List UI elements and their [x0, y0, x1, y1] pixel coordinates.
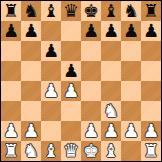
- square-d4[interactable]: ♟: [61, 81, 81, 101]
- piece-black-pawn[interactable]: ♟: [83, 21, 99, 41]
- square-a2[interactable]: ♟: [1, 121, 21, 141]
- square-a5[interactable]: [1, 61, 21, 81]
- square-a4[interactable]: [1, 81, 21, 101]
- square-c5[interactable]: [41, 61, 61, 81]
- square-h5[interactable]: [141, 61, 161, 81]
- square-f4[interactable]: [101, 81, 121, 101]
- square-g8[interactable]: ♞: [121, 1, 141, 21]
- piece-white-pawn[interactable]: ♟: [143, 121, 159, 141]
- square-h2[interactable]: ♟: [141, 121, 161, 141]
- square-e7[interactable]: ♟: [81, 21, 101, 41]
- square-a7[interactable]: ♟: [1, 21, 21, 41]
- square-c8[interactable]: ♝: [41, 1, 61, 21]
- piece-black-king[interactable]: ♚: [83, 1, 99, 21]
- piece-white-pawn[interactable]: ♟: [63, 81, 79, 101]
- piece-white-bishop[interactable]: ♝: [43, 141, 59, 161]
- square-f7[interactable]: ♟: [101, 21, 121, 41]
- piece-white-king[interactable]: ♚: [83, 141, 99, 161]
- square-e2[interactable]: ♟: [81, 121, 101, 141]
- square-d1[interactable]: ♛: [61, 141, 81, 161]
- square-g5[interactable]: [121, 61, 141, 81]
- square-a1[interactable]: ♜: [1, 141, 21, 161]
- piece-black-bishop[interactable]: ♝: [103, 1, 119, 21]
- square-e8[interactable]: ♚: [81, 1, 101, 21]
- piece-white-pawn[interactable]: ♟: [3, 121, 19, 141]
- piece-white-pawn[interactable]: ♟: [83, 121, 99, 141]
- piece-black-pawn[interactable]: ♟: [23, 21, 39, 41]
- square-b1[interactable]: ♞: [21, 141, 41, 161]
- square-b6[interactable]: [21, 41, 41, 61]
- square-a3[interactable]: [1, 101, 21, 121]
- piece-black-knight[interactable]: ♞: [123, 1, 139, 21]
- square-g1[interactable]: [121, 141, 141, 161]
- square-f3[interactable]: ♞: [101, 101, 121, 121]
- piece-white-knight[interactable]: ♞: [23, 141, 39, 161]
- piece-black-bishop[interactable]: ♝: [43, 1, 59, 21]
- square-g7[interactable]: ♟: [121, 21, 141, 41]
- piece-black-pawn[interactable]: ♟: [103, 21, 119, 41]
- square-e3[interactable]: [81, 101, 101, 121]
- piece-white-queen[interactable]: ♛: [63, 141, 79, 161]
- square-g3[interactable]: [121, 101, 141, 121]
- square-e5[interactable]: [81, 61, 101, 81]
- piece-white-knight[interactable]: ♞: [103, 101, 119, 121]
- square-b8[interactable]: ♞: [21, 1, 41, 21]
- square-h6[interactable]: [141, 41, 161, 61]
- square-b2[interactable]: ♟: [21, 121, 41, 141]
- square-e1[interactable]: ♚: [81, 141, 101, 161]
- square-d3[interactable]: [61, 101, 81, 121]
- square-b3[interactable]: [21, 101, 41, 121]
- piece-black-pawn[interactable]: ♟: [43, 41, 59, 61]
- piece-black-pawn[interactable]: ♟: [3, 21, 19, 41]
- piece-white-bishop[interactable]: ♝: [103, 141, 119, 161]
- square-d8[interactable]: ♛: [61, 1, 81, 21]
- square-g6[interactable]: [121, 41, 141, 61]
- piece-white-pawn[interactable]: ♟: [43, 81, 59, 101]
- square-b7[interactable]: ♟: [21, 21, 41, 41]
- square-c3[interactable]: [41, 101, 61, 121]
- square-c2[interactable]: [41, 121, 61, 141]
- square-h4[interactable]: [141, 81, 161, 101]
- square-g2[interactable]: ♟: [121, 121, 141, 141]
- piece-white-pawn[interactable]: ♟: [123, 121, 139, 141]
- square-f5[interactable]: [101, 61, 121, 81]
- square-c4[interactable]: ♟: [41, 81, 61, 101]
- square-h8[interactable]: ♜: [141, 1, 161, 21]
- square-b4[interactable]: [21, 81, 41, 101]
- square-c6[interactable]: ♟: [41, 41, 61, 61]
- square-f6[interactable]: [101, 41, 121, 61]
- square-h1[interactable]: ♜: [141, 141, 161, 161]
- square-h7[interactable]: ♟: [141, 21, 161, 41]
- chess-board-frame: ♜♞♝♛♚♝♞♜♟♟♟♟♟♟♟♟♟♟♞♟♟♟♟♟♟♜♞♝♛♚♝♜: [0, 0, 162, 162]
- chess-board: ♜♞♝♛♚♝♞♜♟♟♟♟♟♟♟♟♟♟♞♟♟♟♟♟♟♜♞♝♛♚♝♜: [1, 1, 161, 161]
- piece-black-rook[interactable]: ♜: [143, 1, 159, 21]
- square-g4[interactable]: [121, 81, 141, 101]
- square-h3[interactable]: [141, 101, 161, 121]
- piece-black-knight[interactable]: ♞: [23, 1, 39, 21]
- square-a6[interactable]: [1, 41, 21, 61]
- square-a8[interactable]: ♜: [1, 1, 21, 21]
- piece-white-pawn[interactable]: ♟: [103, 121, 119, 141]
- square-d6[interactable]: [61, 41, 81, 61]
- square-c1[interactable]: ♝: [41, 141, 61, 161]
- square-e4[interactable]: [81, 81, 101, 101]
- square-b5[interactable]: [21, 61, 41, 81]
- square-f1[interactable]: ♝: [101, 141, 121, 161]
- piece-white-pawn[interactable]: ♟: [23, 121, 39, 141]
- piece-white-rook[interactable]: ♜: [143, 141, 159, 161]
- square-e6[interactable]: [81, 41, 101, 61]
- square-d5[interactable]: ♟: [61, 61, 81, 81]
- piece-black-rook[interactable]: ♜: [3, 1, 19, 21]
- square-c7[interactable]: [41, 21, 61, 41]
- piece-black-pawn[interactable]: ♟: [143, 21, 159, 41]
- square-f2[interactable]: ♟: [101, 121, 121, 141]
- square-d7[interactable]: [61, 21, 81, 41]
- square-d2[interactable]: [61, 121, 81, 141]
- piece-black-queen[interactable]: ♛: [63, 1, 79, 21]
- square-f8[interactable]: ♝: [101, 1, 121, 21]
- piece-white-rook[interactable]: ♜: [3, 141, 19, 161]
- piece-black-pawn[interactable]: ♟: [63, 61, 79, 81]
- piece-black-pawn[interactable]: ♟: [123, 21, 139, 41]
